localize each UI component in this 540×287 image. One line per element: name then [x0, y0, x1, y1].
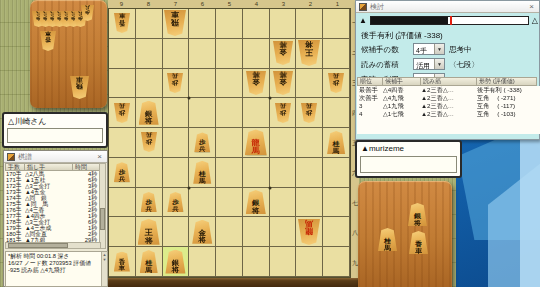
- shogi-piece-桂馬-sente[interactable]: 桂馬: [327, 131, 345, 154]
- board-square-3七[interactable]: [270, 188, 297, 218]
- shogi-piece-飛車-gote[interactable]: 飛車: [164, 10, 186, 36]
- board-square-4九[interactable]: [243, 247, 270, 277]
- board-square-6四[interactable]: [189, 98, 216, 128]
- board-square-2二[interactable]: 王将: [296, 39, 323, 69]
- kifu-header-1[interactable]: 指し手: [25, 163, 73, 171]
- board-square-1七[interactable]: [323, 188, 350, 218]
- board-star-point: [188, 186, 191, 189]
- file-label: 8: [135, 0, 162, 8]
- candidate-cell: 最善手: [357, 86, 383, 94]
- sente-player-box: ▲murizeme: [355, 140, 462, 178]
- engine-status-text: 思考中: [449, 45, 472, 55]
- shogi-piece-銀将-sente[interactable]: 銀将: [246, 190, 266, 214]
- board-square-1四[interactable]: [323, 98, 350, 128]
- setting-dropdown-0[interactable]: 4手▼: [413, 43, 445, 55]
- candidate-cell: 4: [357, 110, 383, 118]
- shogi-piece-歩兵-gote[interactable]: 歩兵: [301, 103, 317, 123]
- board-square-8三[interactable]: [136, 69, 163, 99]
- board-square-3一[interactable]: [270, 9, 297, 39]
- board-square-5八[interactable]: [216, 217, 243, 247]
- shogi-piece-歩兵-gote[interactable]: 歩兵: [167, 73, 183, 93]
- shogi-piece-歩兵-gote[interactable]: 歩兵: [114, 103, 130, 123]
- candidate-row[interactable]: 最善手△4四香▲2三香△…後手有利 ( -338): [357, 86, 540, 94]
- board-square-7二[interactable]: [163, 39, 190, 69]
- shogi-piece-歩兵-gote[interactable]: 歩兵: [328, 73, 344, 93]
- board-square-7七[interactable]: 歩兵: [163, 188, 190, 218]
- shogi-piece-王将-gote[interactable]: 王将: [298, 40, 320, 66]
- kifu-window-title: 棋譜: [18, 152, 95, 162]
- board-square-6三[interactable]: [189, 69, 216, 99]
- candidate-cell: △1九飛: [383, 102, 421, 110]
- analysis-close-icon[interactable]: ×: [527, 2, 536, 11]
- status-scrollbar[interactable]: ▲▼: [101, 252, 107, 286]
- board-square-8六[interactable]: [136, 158, 163, 188]
- shogi-piece-桂馬-sente[interactable]: 桂馬: [193, 161, 211, 184]
- shogi-piece-王将-sente[interactable]: 王将: [138, 219, 160, 245]
- board-square-7五[interactable]: [163, 128, 190, 158]
- setting-row-0: 候補手の数4手▼思考中: [361, 43, 536, 56]
- shogi-piece-歩兵-sente[interactable]: 歩兵: [167, 192, 183, 212]
- board-star-point: [188, 97, 191, 100]
- board-square-2五[interactable]: [296, 128, 323, 158]
- board-square-9四[interactable]: 歩兵: [109, 98, 136, 128]
- candidate-header-0[interactable]: 順位: [357, 77, 383, 86]
- board-square-9五[interactable]: [109, 128, 136, 158]
- candidate-move-list[interactable]: 最善手△4四香▲2三香△…後手有利 ( -338)次善手△4九飛▲2三香△…互角…: [357, 86, 540, 134]
- candidate-row[interactable]: 3△1九飛▲2三香△…互角 ( -117): [357, 102, 540, 110]
- candidate-cell: △4九飛: [383, 94, 421, 102]
- engine-status-text: 〈七段〉: [449, 60, 479, 70]
- board-square-5二[interactable]: [216, 39, 243, 69]
- file-coordinates: 987654321: [108, 0, 351, 8]
- shogi-piece-歩兵-gote[interactable]: 歩兵: [275, 103, 291, 123]
- file-label: 6: [189, 0, 216, 8]
- candidate-cell: ▲2三香△…: [421, 86, 477, 94]
- shogi-piece-香車-gote[interactable]: 香車: [114, 13, 130, 33]
- board-square-5九[interactable]: [216, 247, 243, 277]
- screenshot-root: 歩兵歩兵歩兵歩兵歩兵歩兵歩兵歩兵香車飛車 △川崎さん 棋譜 × 手数指し手時間 …: [0, 0, 540, 287]
- board-square-3九[interactable]: [270, 247, 297, 277]
- board-square-4一[interactable]: [243, 9, 270, 39]
- evaluation-bar-row: ▲ △: [359, 16, 538, 26]
- shogi-piece-龍馬-gote[interactable]: 龍馬: [298, 219, 320, 245]
- board-square-2四[interactable]: 歩兵: [296, 98, 323, 128]
- candidate-cell: ▲2三香△…: [421, 102, 477, 110]
- sente-mark: ▲: [359, 16, 367, 26]
- board-square-5五[interactable]: [216, 128, 243, 158]
- shogi-piece-銀将-sente[interactable]: 銀将: [139, 101, 159, 125]
- board-square-9三[interactable]: [109, 69, 136, 99]
- board-square-1八[interactable]: [323, 217, 350, 247]
- board-square-8二[interactable]: [136, 39, 163, 69]
- analysis-window: 検討 × ▲ △ 後手有利 (評価値 -338) 候補手の数4手▼思考中読みの蓄…: [355, 0, 540, 140]
- candidate-header-3[interactable]: 形勢 (評価値): [477, 77, 537, 86]
- board-square-7九[interactable]: 銀将: [163, 247, 190, 277]
- file-label: 9: [108, 0, 135, 8]
- setting-value: 活用: [416, 61, 430, 71]
- setting-dropdown-1[interactable]: 活用▼: [413, 58, 445, 70]
- kifu-window: 棋譜 × 手数指し手時間 170手△2八馬4秒171手▲1五桂6秒172手△3三…: [3, 150, 108, 287]
- board-square-9一[interactable]: 香車: [109, 9, 136, 39]
- candidate-row[interactable]: 4△1七飛▲2三香△…互角 ( -103): [357, 110, 540, 118]
- shogi-piece-歩兵-gote[interactable]: 歩兵: [141, 132, 157, 152]
- candidate-cell: 3: [357, 102, 383, 110]
- board-square-5四[interactable]: [216, 98, 243, 128]
- board-square-4四[interactable]: [243, 98, 270, 128]
- candidate-header-2[interactable]: 読み筋: [421, 77, 477, 86]
- kifu-move-list[interactable]: 170手△2八馬4秒171手▲1五桂6秒172手△3三金打3秒173手▲4五金9…: [5, 171, 101, 242]
- board-square-1五[interactable]: 桂馬: [323, 128, 350, 158]
- board-square-3六[interactable]: [270, 158, 297, 188]
- gote-player-inner-box: [7, 128, 103, 143]
- board-square-4八[interactable]: [243, 217, 270, 247]
- gote-captured-tray: 歩兵歩兵歩兵歩兵歩兵歩兵歩兵歩兵香車飛車: [30, 0, 107, 108]
- candidate-header-1[interactable]: 候補手: [383, 77, 421, 86]
- board-square-8九[interactable]: 桂馬: [136, 247, 163, 277]
- file-label: 2: [297, 0, 324, 8]
- shogi-piece-金将-sente[interactable]: 金将: [192, 220, 212, 244]
- shogi-piece-金将-gote[interactable]: 金将: [273, 71, 293, 95]
- candidate-cell: ▲2三香△…: [421, 110, 477, 118]
- evaluation-center-marker: [450, 16, 452, 25]
- candidate-cell: 互角 ( -271): [477, 94, 537, 102]
- kifu-header-2[interactable]: 時間: [73, 163, 101, 171]
- candidate-row[interactable]: 次善手△4九飛▲2三香△…互角 ( -271): [357, 94, 540, 102]
- analysis-window-title: 検討: [370, 2, 527, 12]
- board-square-1三[interactable]: 歩兵: [323, 69, 350, 99]
- board-square-8四[interactable]: 銀将: [136, 98, 163, 128]
- evaluation-bar-fill: [371, 17, 448, 24]
- engine-status-line: 16/27 ノード数 2703953 評価値: [8, 260, 99, 267]
- kifu-header-0[interactable]: 手数: [5, 163, 25, 171]
- gote-player-box: △川崎さん: [2, 112, 108, 148]
- file-label: 7: [162, 0, 189, 8]
- evaluation-text: 後手有利 (評価値 -338): [361, 30, 443, 41]
- board-star-point: [268, 97, 271, 100]
- board-square-7六[interactable]: [163, 158, 190, 188]
- candidate-cell: △4四香: [383, 86, 421, 94]
- board-square-5三[interactable]: [216, 69, 243, 99]
- shogi-piece-歩兵-sente[interactable]: 歩兵: [114, 162, 130, 182]
- setting-label: 読みの蓄積: [361, 60, 399, 70]
- board-square-8一[interactable]: [136, 9, 163, 39]
- board-frame-edge: [108, 278, 359, 287]
- kifu-close-icon[interactable]: ×: [95, 152, 104, 161]
- board-square-2八[interactable]: 龍馬: [296, 217, 323, 247]
- board-square-7一[interactable]: 飛車: [163, 9, 190, 39]
- sente-player-inner-box: [360, 156, 457, 173]
- board-square-6五[interactable]: 歩兵: [189, 128, 216, 158]
- candidate-cell: 互角 ( -117): [477, 102, 537, 110]
- shogi-piece-桂馬-sente[interactable]: 桂馬: [378, 228, 397, 251]
- candidate-cell: 次善手: [357, 94, 383, 102]
- dropdown-arrow-icon[interactable]: ▼: [434, 44, 444, 54]
- engine-status-line: -925 読み筋 △4九飛打: [8, 267, 99, 274]
- dropdown-arrow-icon[interactable]: ▼: [434, 59, 444, 69]
- board-square-4五[interactable]: 龍馬: [243, 128, 270, 158]
- file-label: 3: [270, 0, 297, 8]
- kifu-vertical-scrollbar[interactable]: [99, 163, 106, 249]
- desktop-wallpaper-shape: [520, 140, 540, 287]
- board-square-4三[interactable]: 金将: [243, 69, 270, 99]
- shogi-piece-龍馬-sente[interactable]: 龍馬: [245, 129, 267, 155]
- kifu-column-headers: 手数指し手時間: [5, 163, 101, 171]
- board-square-4七[interactable]: 銀将: [243, 188, 270, 218]
- board-square-3五[interactable]: [270, 128, 297, 158]
- shogi-piece-銀将-sente[interactable]: 銀将: [165, 250, 185, 274]
- board-square-3四[interactable]: 歩兵: [270, 98, 297, 128]
- shogi-piece-歩兵-sente[interactable]: 歩兵: [194, 132, 210, 152]
- kifu-titlebar[interactable]: 棋譜 ×: [4, 151, 107, 163]
- scrollbar-thumb[interactable]: [100, 208, 105, 230]
- shogi-board-panel: 987654321 一二三四五六七八九 香車飛車金将王将歩兵金将金将歩兵歩兵銀将…: [108, 0, 359, 287]
- board-square-9二[interactable]: [109, 39, 136, 69]
- shogi-board: 香車飛車金将王将歩兵金将金将歩兵歩兵銀将歩兵歩兵歩兵歩兵龍馬桂馬歩兵桂馬歩兵歩兵…: [108, 8, 351, 278]
- board-square-3二[interactable]: 金将: [270, 39, 297, 69]
- board-square-5七[interactable]: [216, 188, 243, 218]
- board-square-4六[interactable]: [243, 158, 270, 188]
- setting-label: 候補手の数: [361, 45, 399, 55]
- shogi-piece-金将-gote[interactable]: 金将: [273, 41, 293, 65]
- board-square-1二[interactable]: [323, 39, 350, 69]
- sente-player-name: ▲murizeme: [357, 142, 460, 153]
- shogi-piece-飛車-gote[interactable]: 飛車: [70, 76, 89, 99]
- shogi-piece-香車-sente[interactable]: 香車: [409, 231, 428, 254]
- board-square-7四[interactable]: [163, 98, 190, 128]
- board-square-6一[interactable]: [189, 9, 216, 39]
- setting-row-1: 読みの蓄積活用▼〈七段〉: [361, 58, 536, 71]
- shogi-piece-金将-gote[interactable]: 金将: [246, 71, 266, 95]
- candidate-cell: 互角 ( -103): [477, 110, 537, 118]
- board-square-7八[interactable]: [163, 217, 190, 247]
- board-square-2三[interactable]: [296, 69, 323, 99]
- shogi-piece-香車-sente[interactable]: 香車: [114, 252, 130, 272]
- board-square-6七[interactable]: [189, 188, 216, 218]
- board-square-8八[interactable]: 王将: [136, 217, 163, 247]
- board-square-9七[interactable]: [109, 188, 136, 218]
- evaluation-bar: [370, 16, 529, 25]
- board-square-3三[interactable]: 金将: [270, 69, 297, 99]
- shogi-piece-桂馬-sente[interactable]: 桂馬: [140, 250, 158, 273]
- board-square-2九[interactable]: [296, 247, 323, 277]
- scrollbar-thumb[interactable]: [8, 243, 68, 248]
- candidate-cell: ▲2三香△…: [421, 94, 477, 102]
- candidate-cell: △1七飛: [383, 110, 421, 118]
- app-icon: [359, 3, 367, 11]
- board-square-4二[interactable]: [243, 39, 270, 69]
- candidate-column-headers: 順位候補手読み筋形勢 (評価値): [357, 77, 540, 86]
- board-square-2一[interactable]: [296, 9, 323, 39]
- board-square-1一[interactable]: [323, 9, 350, 39]
- file-label: 1: [324, 0, 351, 8]
- shogi-piece-歩兵-sente[interactable]: 歩兵: [141, 192, 157, 212]
- gote-mark: △: [532, 16, 538, 26]
- board-square-6八[interactable]: 金将: [189, 217, 216, 247]
- engine-status-line: *解析 時間 00:01.8 深さ: [8, 253, 99, 260]
- board-square-6二[interactable]: [189, 39, 216, 69]
- board-square-1九[interactable]: [323, 247, 350, 277]
- board-square-9六[interactable]: 歩兵: [109, 158, 136, 188]
- kifu-horizontal-scrollbar[interactable]: [5, 242, 101, 249]
- board-star-point: [268, 186, 271, 189]
- board-square-2七[interactable]: [296, 188, 323, 218]
- sente-captured-tray: 銀将香車桂馬: [358, 181, 452, 287]
- board-square-5六[interactable]: [216, 158, 243, 188]
- board-square-8五[interactable]: 歩兵: [136, 128, 163, 158]
- board-square-9九[interactable]: 香車: [109, 247, 136, 277]
- shogi-piece-香車-gote[interactable]: 香車: [40, 31, 56, 51]
- board-square-7三[interactable]: 歩兵: [163, 69, 190, 99]
- board-square-1六[interactable]: [323, 158, 350, 188]
- shogi-piece-銀将-sente[interactable]: 銀将: [408, 203, 427, 226]
- candidate-cell: 後手有利 ( -338): [477, 86, 537, 94]
- board-square-5一[interactable]: [216, 9, 243, 39]
- board-square-9八[interactable]: [109, 217, 136, 247]
- kifu-engine-status: ▲▼ *解析 時間 00:01.8 深さ16/27 ノード数 2703953 評…: [5, 251, 108, 287]
- board-square-6六[interactable]: 桂馬: [189, 158, 216, 188]
- board-square-2六[interactable]: [296, 158, 323, 188]
- file-label: 4: [243, 0, 270, 8]
- app-icon: [7, 153, 15, 161]
- setting-value: 4手: [416, 46, 427, 56]
- gote-player-name: △川崎さん: [4, 114, 106, 127]
- board-square-8七[interactable]: 歩兵: [136, 188, 163, 218]
- board-square-6九[interactable]: [189, 247, 216, 277]
- file-label: 5: [216, 0, 243, 8]
- board-square-3八[interactable]: [270, 217, 297, 247]
- analysis-titlebar[interactable]: 検討 ×: [356, 1, 539, 13]
